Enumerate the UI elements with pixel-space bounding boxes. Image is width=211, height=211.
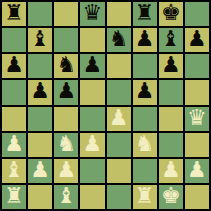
square-d4[interactable] [80, 107, 104, 131]
square-a8[interactable]: ♜ [2, 2, 26, 26]
black-knight[interactable]: ♞ [109, 28, 129, 50]
square-f6[interactable] [133, 54, 157, 78]
square-g5[interactable] [159, 80, 183, 104]
square-g1[interactable]: ♚ [159, 185, 183, 209]
square-e8[interactable] [107, 2, 131, 26]
square-d2[interactable] [80, 159, 104, 183]
white-knight[interactable]: ♞ [56, 133, 76, 155]
square-g6[interactable]: ♟ [159, 54, 183, 78]
square-b1[interactable] [28, 185, 52, 209]
square-g4[interactable] [159, 107, 183, 131]
white-pawn[interactable]: ♟ [30, 159, 50, 181]
square-c8[interactable] [54, 2, 78, 26]
square-d7[interactable] [80, 28, 104, 52]
white-pawn[interactable]: ♟ [56, 159, 76, 181]
chess-board: ♜♛♜♚♝♞♟♝♟♟♞♟♟♟♟♟♟♛♟♞♟♞♝♟♟♟♟♜♝♜♚ [2, 2, 209, 209]
white-bishop[interactable]: ♝ [4, 159, 24, 181]
square-h8[interactable] [185, 2, 209, 26]
white-rook[interactable]: ♜ [135, 185, 155, 207]
black-king[interactable]: ♚ [161, 2, 181, 24]
square-f8[interactable]: ♜ [133, 2, 157, 26]
square-c6[interactable]: ♞ [54, 54, 78, 78]
square-e3[interactable] [107, 133, 131, 157]
square-d8[interactable]: ♛ [80, 2, 104, 26]
white-king[interactable]: ♚ [161, 185, 181, 207]
square-b3[interactable] [28, 133, 52, 157]
square-e5[interactable] [107, 80, 131, 104]
square-b7[interactable]: ♝ [28, 28, 52, 52]
square-a5[interactable] [2, 80, 26, 104]
square-g2[interactable]: ♟ [159, 159, 183, 183]
black-pawn[interactable]: ♟ [56, 80, 76, 102]
square-d1[interactable] [80, 185, 104, 209]
square-c5[interactable]: ♟ [54, 80, 78, 104]
black-bishop[interactable]: ♝ [30, 28, 50, 50]
square-a3[interactable]: ♟ [2, 133, 26, 157]
square-f1[interactable]: ♜ [133, 185, 157, 209]
white-pawn[interactable]: ♟ [109, 107, 129, 129]
square-a1[interactable]: ♜ [2, 185, 26, 209]
white-pawn[interactable]: ♟ [161, 159, 181, 181]
square-h5[interactable] [185, 80, 209, 104]
square-f7[interactable]: ♟ [133, 28, 157, 52]
chess-board-frame: ♜♛♜♚♝♞♟♝♟♟♞♟♟♟♟♟♟♛♟♞♟♞♝♟♟♟♟♜♝♜♚ [0, 0, 211, 211]
square-d3[interactable]: ♟ [80, 133, 104, 157]
white-pawn[interactable]: ♟ [83, 133, 103, 155]
square-b5[interactable]: ♟ [28, 80, 52, 104]
square-c3[interactable]: ♞ [54, 133, 78, 157]
white-queen[interactable]: ♛ [187, 107, 207, 129]
white-pawn[interactable]: ♟ [4, 133, 24, 155]
square-a4[interactable] [2, 107, 26, 131]
black-pawn[interactable]: ♟ [161, 54, 181, 76]
square-b8[interactable] [28, 2, 52, 26]
black-rook[interactable]: ♜ [135, 2, 155, 24]
square-h6[interactable] [185, 54, 209, 78]
square-c7[interactable] [54, 28, 78, 52]
square-f3[interactable]: ♞ [133, 133, 157, 157]
square-e1[interactable] [107, 185, 131, 209]
black-pawn[interactable]: ♟ [187, 28, 207, 50]
white-rook[interactable]: ♜ [4, 185, 24, 207]
white-bishop[interactable]: ♝ [56, 185, 76, 207]
white-knight[interactable]: ♞ [135, 133, 155, 155]
square-d5[interactable] [80, 80, 104, 104]
black-queen[interactable]: ♛ [83, 2, 103, 24]
square-g3[interactable] [159, 133, 183, 157]
square-g7[interactable]: ♝ [159, 28, 183, 52]
square-d6[interactable]: ♟ [80, 54, 104, 78]
square-b2[interactable]: ♟ [28, 159, 52, 183]
black-pawn[interactable]: ♟ [4, 54, 24, 76]
square-e4[interactable]: ♟ [107, 107, 131, 131]
black-bishop[interactable]: ♝ [161, 28, 181, 50]
square-e6[interactable] [107, 54, 131, 78]
square-b6[interactable] [28, 54, 52, 78]
square-h7[interactable]: ♟ [185, 28, 209, 52]
square-h4[interactable]: ♛ [185, 107, 209, 131]
square-h2[interactable]: ♟ [185, 159, 209, 183]
square-e7[interactable]: ♞ [107, 28, 131, 52]
square-a6[interactable]: ♟ [2, 54, 26, 78]
white-pawn[interactable]: ♟ [187, 159, 207, 181]
square-c2[interactable]: ♟ [54, 159, 78, 183]
square-f5[interactable]: ♟ [133, 80, 157, 104]
square-a2[interactable]: ♝ [2, 159, 26, 183]
square-a7[interactable] [2, 28, 26, 52]
black-knight[interactable]: ♞ [56, 54, 76, 76]
square-h1[interactable] [185, 185, 209, 209]
black-pawn[interactable]: ♟ [135, 80, 155, 102]
black-pawn[interactable]: ♟ [83, 54, 103, 76]
square-c4[interactable] [54, 107, 78, 131]
square-e2[interactable] [107, 159, 131, 183]
square-h3[interactable] [185, 133, 209, 157]
square-f4[interactable] [133, 107, 157, 131]
square-g8[interactable]: ♚ [159, 2, 183, 26]
square-f2[interactable] [133, 159, 157, 183]
black-pawn[interactable]: ♟ [135, 28, 155, 50]
square-b4[interactable] [28, 107, 52, 131]
black-rook[interactable]: ♜ [4, 2, 24, 24]
black-pawn[interactable]: ♟ [30, 80, 50, 102]
square-c1[interactable]: ♝ [54, 185, 78, 209]
